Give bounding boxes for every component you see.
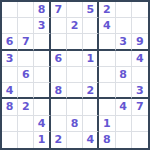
sudoku-board: 87523246739361468482382474811248 [0,0,150,150]
sudoku-cell-r2c5: 2 [67,18,83,34]
sudoku-cell-r9c9[interactable] [132,132,148,148]
sudoku-cell-r3c7[interactable] [99,34,115,50]
sudoku-cell-r1c2[interactable] [18,2,34,18]
sudoku-cell-r9c3: 1 [34,132,50,148]
sudoku-cell-r5c5[interactable] [67,67,83,83]
sudoku-cell-r4c8[interactable] [116,51,132,67]
sudoku-cell-r8c9[interactable] [132,116,148,132]
sudoku-cell-r9c1[interactable] [2,132,18,148]
sudoku-cell-r7c7[interactable] [99,99,115,115]
sudoku-cell-r8c3: 4 [34,116,50,132]
sudoku-cell-r8c1[interactable] [2,116,18,132]
sudoku-cell-r1c9[interactable] [132,2,148,18]
sudoku-cell-r3c1: 6 [2,34,18,50]
sudoku-cell-r5c9[interactable] [132,67,148,83]
sudoku-cell-r5c2: 6 [18,67,34,83]
sudoku-cell-r4c7[interactable] [99,51,115,67]
sudoku-cell-r2c8[interactable] [116,18,132,34]
sudoku-cell-r2c4[interactable] [51,18,67,34]
sudoku-cell-r2c9[interactable] [132,18,148,34]
sudoku-cell-r2c1[interactable] [2,18,18,34]
sudoku-cell-r7c8: 4 [116,99,132,115]
sudoku-cell-r6c5[interactable] [67,83,83,99]
sudoku-cell-r5c4[interactable] [51,67,67,83]
sudoku-cell-r6c6: 2 [83,83,99,99]
sudoku-cell-r9c7: 8 [99,132,115,148]
sudoku-cell-r1c1[interactable] [2,2,18,18]
sudoku-cell-r7c9: 7 [132,99,148,115]
sudoku-cell-r5c3[interactable] [34,67,50,83]
sudoku-cell-r1c4: 7 [51,2,67,18]
sudoku-cell-r4c6: 1 [83,51,99,67]
sudoku-cell-r2c7: 4 [99,18,115,34]
sudoku-cell-r4c5[interactable] [67,51,83,67]
sudoku-cell-r4c4: 6 [51,51,67,67]
sudoku-cell-r4c9: 4 [132,51,148,67]
sudoku-cell-r6c8[interactable] [116,83,132,99]
sudoku-cell-r5c8: 8 [116,67,132,83]
sudoku-cell-r4c3[interactable] [34,51,50,67]
sudoku-cell-r3c3[interactable] [34,34,50,50]
sudoku-cell-r7c2: 2 [18,99,34,115]
sudoku-cell-r9c5[interactable] [67,132,83,148]
sudoku-cell-r9c4: 2 [51,132,67,148]
sudoku-cell-r6c7[interactable] [99,83,115,99]
sudoku-cell-r9c2[interactable] [18,132,34,148]
sudoku-cell-r6c9: 3 [132,83,148,99]
sudoku-cell-r8c2[interactable] [18,116,34,132]
sudoku-cell-r1c5[interactable] [67,2,83,18]
sudoku-cell-r1c8[interactable] [116,2,132,18]
sudoku-cell-r2c6[interactable] [83,18,99,34]
sudoku-cell-r6c1: 4 [2,83,18,99]
sudoku-cell-r7c5[interactable] [67,99,83,115]
sudoku-cell-r1c7: 2 [99,2,115,18]
sudoku-cell-r6c2[interactable] [18,83,34,99]
sudoku-cell-r3c6[interactable] [83,34,99,50]
sudoku-cell-r6c3[interactable] [34,83,50,99]
sudoku-cell-r4c1: 3 [2,51,18,67]
sudoku-cell-r3c8: 3 [116,34,132,50]
sudoku-cell-r3c2: 7 [18,34,34,50]
sudoku-cell-r3c5[interactable] [67,34,83,50]
sudoku-cell-r7c1: 8 [2,99,18,115]
sudoku-cell-r2c2[interactable] [18,18,34,34]
sudoku-cell-r9c6: 4 [83,132,99,148]
sudoku-cell-r1c6: 5 [83,2,99,18]
sudoku-cell-r9c8[interactable] [116,132,132,148]
sudoku-cell-r1c3: 8 [34,2,50,18]
sudoku-cell-r2c3: 3 [34,18,50,34]
sudoku-cell-r8c5: 8 [67,116,83,132]
sudoku-cell-r5c6[interactable] [83,67,99,83]
sudoku-cell-r8c4[interactable] [51,116,67,132]
sudoku-cell-r7c6[interactable] [83,99,99,115]
sudoku-cell-r5c1[interactable] [2,67,18,83]
sudoku-cell-r7c3[interactable] [34,99,50,115]
sudoku-cell-r3c9: 9 [132,34,148,50]
sudoku-cell-r7c4[interactable] [51,99,67,115]
sudoku-cell-r6c4: 8 [51,83,67,99]
sudoku-cell-r8c8[interactable] [116,116,132,132]
sudoku-cell-r8c7: 1 [99,116,115,132]
sudoku-cell-r5c7[interactable] [99,67,115,83]
sudoku-cell-r3c4[interactable] [51,34,67,50]
sudoku-cell-r8c6[interactable] [83,116,99,132]
sudoku-cell-r4c2[interactable] [18,51,34,67]
